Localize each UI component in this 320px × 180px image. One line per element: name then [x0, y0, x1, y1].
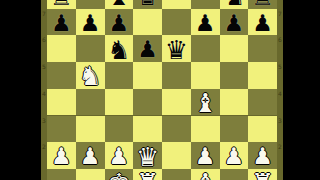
square-e2[interactable]: [162, 142, 191, 169]
square-h5[interactable]: [248, 62, 277, 89]
right-rank-label-3: 3: [277, 118, 283, 124]
white-pawn-icon: ♟: [224, 145, 245, 168]
square-b2[interactable]: ♟: [76, 142, 105, 169]
square-h2[interactable]: ♟: [248, 142, 277, 169]
square-g1[interactable]: [220, 169, 249, 180]
right-rank-label-4: 4: [277, 91, 283, 97]
black-knight-icon: ♞: [107, 37, 130, 63]
square-c1[interactable]: ♚: [105, 169, 134, 180]
white-knight-icon: ♞: [78, 63, 101, 89]
square-d1[interactable]: ♜: [133, 169, 162, 180]
square-g3[interactable]: [220, 116, 249, 143]
white-bishop-icon: ♝: [193, 90, 216, 116]
square-b1[interactable]: [76, 169, 105, 180]
square-h7[interactable]: ♟: [248, 9, 277, 36]
square-b5[interactable]: ♞: [76, 62, 105, 89]
black-pawn-icon: ♟: [252, 12, 273, 35]
black-pawn-icon: ♟: [137, 38, 158, 61]
left-rank-label-3: 3: [41, 118, 47, 124]
square-h3[interactable]: [248, 116, 277, 143]
square-f8[interactable]: [191, 0, 220, 9]
square-c5[interactable]: [105, 62, 134, 89]
square-g2[interactable]: ♟: [220, 142, 249, 169]
square-f3[interactable]: [191, 116, 220, 143]
square-a5[interactable]: [47, 62, 76, 89]
square-h8[interactable]: ♜: [248, 0, 277, 9]
white-rook-icon: ♜: [136, 170, 159, 180]
square-a6[interactable]: [47, 35, 76, 62]
black-pawn-icon: ♟: [195, 12, 216, 35]
square-c6[interactable]: ♞: [105, 35, 134, 62]
square-f1[interactable]: ♝: [191, 169, 220, 180]
left-rank-label-2: 2: [41, 144, 47, 150]
square-e7[interactable]: [162, 9, 191, 36]
square-d5[interactable]: [133, 62, 162, 89]
square-c8[interactable]: ♝: [105, 0, 134, 9]
black-pawn-icon: ♟: [224, 12, 245, 35]
black-queen-icon: ♛: [165, 37, 188, 63]
square-g6[interactable]: [220, 35, 249, 62]
white-pawn-icon: ♟: [51, 145, 72, 168]
left-rank-label-4: 4: [41, 91, 47, 97]
square-b8[interactable]: [76, 0, 105, 9]
square-b4[interactable]: [76, 89, 105, 116]
square-a2[interactable]: ♟: [47, 142, 76, 169]
square-g8[interactable]: ♞: [220, 0, 249, 9]
white-pawn-icon: ♟: [195, 145, 216, 168]
square-g5[interactable]: [220, 62, 249, 89]
square-e4[interactable]: [162, 89, 191, 116]
black-pawn-icon: ♟: [51, 12, 72, 35]
square-b7[interactable]: ♟: [76, 9, 105, 36]
white-bishop-icon: ♝: [193, 170, 216, 180]
square-h1[interactable]: ♜: [248, 169, 277, 180]
square-a3[interactable]: [47, 116, 76, 143]
white-pawn-icon: ♟: [252, 145, 273, 168]
square-b6[interactable]: [76, 35, 105, 62]
square-f6[interactable]: [191, 35, 220, 62]
left-rank-label-5: 5: [41, 64, 47, 70]
square-c7[interactable]: ♟: [105, 9, 134, 36]
white-queen-icon: ♛: [136, 144, 159, 170]
black-pawn-icon: ♟: [80, 12, 101, 35]
square-d6[interactable]: ♟: [133, 35, 162, 62]
square-b3[interactable]: [76, 116, 105, 143]
square-d2[interactable]: ♛: [133, 142, 162, 169]
white-rook-icon: ♜: [251, 170, 274, 180]
square-f2[interactable]: ♟: [191, 142, 220, 169]
square-d8[interactable]: ♚: [133, 0, 162, 9]
square-f5[interactable]: [191, 62, 220, 89]
square-g7[interactable]: ♟: [220, 9, 249, 36]
chess-board: ♜♝♚♞♜♟♟♟♟♟♟♞♟♛♞♝♟♟♟♛♟♟♟♚♜♝♜776655443322: [41, 0, 283, 180]
white-pawn-icon: ♟: [80, 145, 101, 168]
square-c4[interactable]: [105, 89, 134, 116]
square-h6[interactable]: [248, 35, 277, 62]
left-rank-label-7: 7: [41, 11, 47, 17]
square-d7[interactable]: [133, 9, 162, 36]
left-rank-label-6: 6: [41, 37, 47, 43]
square-e6[interactable]: ♛: [162, 35, 191, 62]
white-pawn-icon: ♟: [109, 145, 130, 168]
video-frame: ♜♝♚♞♜♟♟♟♟♟♟♞♟♛♞♝♟♟♟♛♟♟♟♚♜♝♜776655443322: [0, 0, 320, 180]
square-g4[interactable]: [220, 89, 249, 116]
right-rank-label-5: 5: [277, 64, 283, 70]
square-e1[interactable]: [162, 169, 191, 180]
white-king-icon: ♚: [107, 170, 130, 180]
black-pawn-icon: ♟: [109, 12, 130, 35]
square-e5[interactable]: [162, 62, 191, 89]
square-d4[interactable]: [133, 89, 162, 116]
square-a4[interactable]: [47, 89, 76, 116]
square-f7[interactable]: ♟: [191, 9, 220, 36]
square-f4[interactable]: ♝: [191, 89, 220, 116]
square-e8[interactable]: [162, 0, 191, 9]
right-rank-label-6: 6: [277, 37, 283, 43]
square-a1[interactable]: [47, 169, 76, 180]
square-c2[interactable]: ♟: [105, 142, 134, 169]
right-rank-label-7: 7: [277, 11, 283, 17]
square-e3[interactable]: [162, 116, 191, 143]
square-a8[interactable]: ♜: [47, 0, 76, 9]
right-rank-label-2: 2: [277, 144, 283, 150]
square-h4[interactable]: [248, 89, 277, 116]
square-c3[interactable]: [105, 116, 134, 143]
square-a7[interactable]: ♟: [47, 9, 76, 36]
square-d3[interactable]: [133, 116, 162, 143]
